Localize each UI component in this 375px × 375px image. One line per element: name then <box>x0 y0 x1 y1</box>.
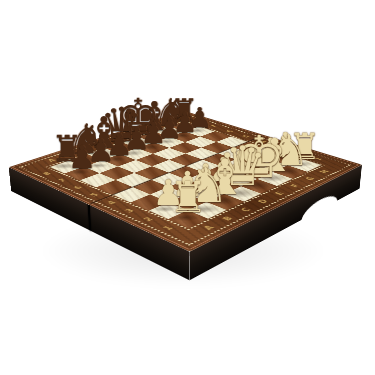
black-pawn-a7[interactable]: ♟ <box>66 141 98 173</box>
scene: 1122334455667788AABBCCDDEEFFGGHH ♜♞♝♛♚♝♞… <box>0 0 375 375</box>
pieces-layer: ♜♞♝♛♚♝♞♜♟♟♟♟♟♟♟♟♟♟♟♟♟♟♟♟♜♞♝♛♚♝♞♜ <box>0 0 375 375</box>
white-rook-a1[interactable]: ♜ <box>167 176 209 219</box>
